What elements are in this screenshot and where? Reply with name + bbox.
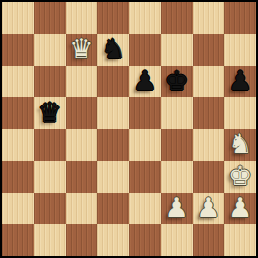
square-c7[interactable]: ♛ [66, 34, 98, 66]
square-g8[interactable] [193, 2, 225, 34]
square-h8[interactable] [224, 2, 256, 34]
square-d7[interactable]: ♞ [97, 34, 129, 66]
square-a6[interactable] [2, 66, 34, 98]
square-a8[interactable] [2, 2, 34, 34]
square-h4[interactable]: ♞ [224, 129, 256, 161]
square-g6[interactable] [193, 66, 225, 98]
square-e2[interactable] [129, 193, 161, 225]
square-g1[interactable] [193, 224, 225, 256]
square-e3[interactable] [129, 161, 161, 193]
piece-white-king: ♚ [228, 162, 252, 189]
square-h3[interactable]: ♚ [224, 161, 256, 193]
square-f3[interactable] [161, 161, 193, 193]
square-f5[interactable] [161, 97, 193, 129]
square-g4[interactable] [193, 129, 225, 161]
piece-black-pawn: ♟ [228, 67, 252, 94]
square-f4[interactable] [161, 129, 193, 161]
piece-black-knight: ♞ [101, 35, 125, 62]
piece-white-queen: ♛ [69, 35, 93, 62]
piece-white-pawn: ♟ [165, 194, 189, 221]
square-d4[interactable] [97, 129, 129, 161]
piece-black-pawn: ♟ [133, 67, 157, 94]
square-e6[interactable]: ♟ [129, 66, 161, 98]
square-d8[interactable] [97, 2, 129, 34]
piece-white-pawn: ♟ [196, 194, 220, 221]
piece-white-knight: ♞ [228, 130, 252, 157]
piece-black-king: ♚ [165, 67, 189, 94]
chess-board: ♛♞♟♚♟♛♞♚♟♟♟ [2, 2, 256, 256]
square-d6[interactable] [97, 66, 129, 98]
square-c2[interactable] [66, 193, 98, 225]
square-e5[interactable] [129, 97, 161, 129]
square-b8[interactable] [34, 2, 66, 34]
square-e4[interactable] [129, 129, 161, 161]
square-a3[interactable] [2, 161, 34, 193]
square-f7[interactable] [161, 34, 193, 66]
square-e8[interactable] [129, 2, 161, 34]
square-g2[interactable]: ♟ [193, 193, 225, 225]
square-h7[interactable] [224, 34, 256, 66]
square-b1[interactable] [34, 224, 66, 256]
square-a2[interactable] [2, 193, 34, 225]
square-e7[interactable] [129, 34, 161, 66]
square-h5[interactable] [224, 97, 256, 129]
square-d3[interactable] [97, 161, 129, 193]
square-b7[interactable] [34, 34, 66, 66]
square-h1[interactable] [224, 224, 256, 256]
square-a7[interactable] [2, 34, 34, 66]
square-b2[interactable] [34, 193, 66, 225]
square-h6[interactable]: ♟ [224, 66, 256, 98]
square-f2[interactable]: ♟ [161, 193, 193, 225]
square-b6[interactable] [34, 66, 66, 98]
square-f6[interactable]: ♚ [161, 66, 193, 98]
square-f1[interactable] [161, 224, 193, 256]
square-c1[interactable] [66, 224, 98, 256]
square-d1[interactable] [97, 224, 129, 256]
square-e1[interactable] [129, 224, 161, 256]
square-g3[interactable] [193, 161, 225, 193]
square-d5[interactable] [97, 97, 129, 129]
square-b4[interactable] [34, 129, 66, 161]
chess-board-frame: ♛♞♟♚♟♛♞♚♟♟♟ [0, 0, 258, 258]
square-c4[interactable] [66, 129, 98, 161]
square-c5[interactable] [66, 97, 98, 129]
square-a4[interactable] [2, 129, 34, 161]
square-g5[interactable] [193, 97, 225, 129]
square-b5[interactable]: ♛ [34, 97, 66, 129]
square-a5[interactable] [2, 97, 34, 129]
square-c6[interactable] [66, 66, 98, 98]
square-h2[interactable]: ♟ [224, 193, 256, 225]
square-a1[interactable] [2, 224, 34, 256]
square-c3[interactable] [66, 161, 98, 193]
piece-white-pawn: ♟ [228, 194, 252, 221]
piece-black-queen: ♛ [38, 99, 62, 126]
square-c8[interactable] [66, 2, 98, 34]
square-f8[interactable] [161, 2, 193, 34]
square-d2[interactable] [97, 193, 129, 225]
square-g7[interactable] [193, 34, 225, 66]
square-b3[interactable] [34, 161, 66, 193]
